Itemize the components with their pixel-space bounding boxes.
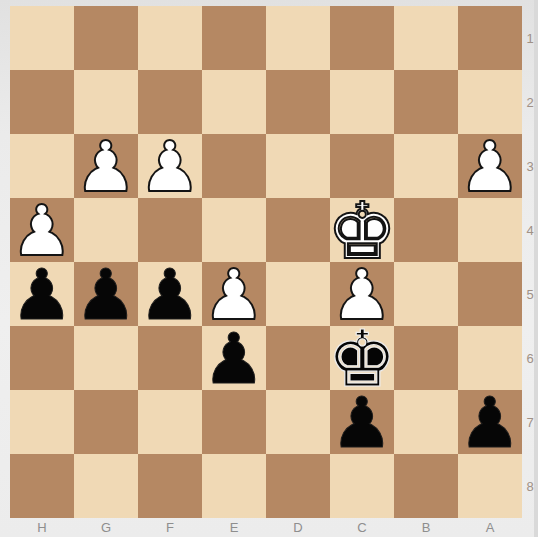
square-h8[interactable] — [10, 454, 74, 518]
chess-board-page: ♟♟♟♟♚♟♟♟♟♟♟♚♟♟ 12345678 HGFEDCBA — [0, 0, 538, 537]
square-b6[interactable] — [394, 326, 458, 390]
file-label-b: B — [394, 518, 458, 537]
black-pawn[interactable]: ♟ — [459, 388, 522, 458]
square-c6[interactable]: ♚ — [330, 326, 394, 390]
square-d2[interactable] — [266, 70, 330, 134]
square-g5[interactable]: ♟ — [74, 262, 138, 326]
square-b5[interactable] — [394, 262, 458, 326]
square-f8[interactable] — [138, 454, 202, 518]
square-f3[interactable]: ♟ — [138, 134, 202, 198]
square-a6[interactable] — [458, 326, 522, 390]
square-e6[interactable]: ♟ — [202, 326, 266, 390]
file-label-e: E — [202, 518, 266, 537]
file-labels: HGFEDCBA — [10, 518, 522, 537]
square-c2[interactable] — [330, 70, 394, 134]
square-b3[interactable] — [394, 134, 458, 198]
square-d5[interactable] — [266, 262, 330, 326]
square-e8[interactable] — [202, 454, 266, 518]
black-pawn[interactable]: ♟ — [75, 260, 138, 330]
square-e5[interactable]: ♟ — [202, 262, 266, 326]
square-b2[interactable] — [394, 70, 458, 134]
square-e3[interactable] — [202, 134, 266, 198]
square-b1[interactable] — [394, 6, 458, 70]
square-b8[interactable] — [394, 454, 458, 518]
square-d8[interactable] — [266, 454, 330, 518]
file-label-a: A — [458, 518, 522, 537]
black-pawn[interactable]: ♟ — [11, 260, 74, 330]
square-h3[interactable] — [10, 134, 74, 198]
scrollbar-track[interactable] — [534, 0, 538, 537]
file-label-c: C — [330, 518, 394, 537]
file-label-g: G — [74, 518, 138, 537]
black-pawn[interactable]: ♟ — [203, 324, 266, 394]
square-f1[interactable] — [138, 6, 202, 70]
square-h2[interactable] — [10, 70, 74, 134]
black-pawn[interactable]: ♟ — [139, 260, 202, 330]
square-a2[interactable] — [458, 70, 522, 134]
square-a5[interactable] — [458, 262, 522, 326]
square-a7[interactable]: ♟ — [458, 390, 522, 454]
file-label-d: D — [266, 518, 330, 537]
file-label-h: H — [10, 518, 74, 537]
file-label-f: F — [138, 518, 202, 537]
square-f2[interactable] — [138, 70, 202, 134]
square-e2[interactable] — [202, 70, 266, 134]
square-g3[interactable]: ♟ — [74, 134, 138, 198]
white-pawn[interactable]: ♟ — [459, 132, 522, 202]
black-pawn[interactable]: ♟ — [331, 388, 394, 458]
white-pawn[interactable]: ♟ — [139, 132, 202, 202]
square-h7[interactable] — [10, 390, 74, 454]
white-pawn[interactable]: ♟ — [75, 132, 138, 202]
square-g2[interactable] — [74, 70, 138, 134]
square-c4[interactable]: ♚ — [330, 198, 394, 262]
square-g1[interactable] — [74, 6, 138, 70]
square-a1[interactable] — [458, 6, 522, 70]
square-g8[interactable] — [74, 454, 138, 518]
square-b4[interactable] — [394, 198, 458, 262]
square-g7[interactable] — [74, 390, 138, 454]
square-b7[interactable] — [394, 390, 458, 454]
square-d6[interactable] — [266, 326, 330, 390]
square-f5[interactable]: ♟ — [138, 262, 202, 326]
square-c1[interactable] — [330, 6, 394, 70]
square-h4[interactable]: ♟ — [10, 198, 74, 262]
square-e1[interactable] — [202, 6, 266, 70]
square-a3[interactable]: ♟ — [458, 134, 522, 198]
square-d7[interactable] — [266, 390, 330, 454]
square-d1[interactable] — [266, 6, 330, 70]
square-c7[interactable]: ♟ — [330, 390, 394, 454]
chess-board: ♟♟♟♟♚♟♟♟♟♟♟♚♟♟ — [10, 6, 522, 518]
square-h5[interactable]: ♟ — [10, 262, 74, 326]
square-f7[interactable] — [138, 390, 202, 454]
square-e4[interactable] — [202, 198, 266, 262]
square-d4[interactable] — [266, 198, 330, 262]
square-h1[interactable] — [10, 6, 74, 70]
square-d3[interactable] — [266, 134, 330, 198]
